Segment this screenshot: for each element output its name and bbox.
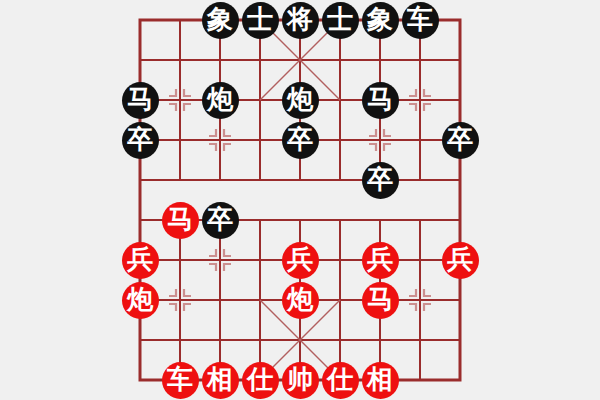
piece-black-soldier[interactable]: 卒 xyxy=(282,122,319,159)
piece-label: 仕 xyxy=(327,366,353,392)
piece-label: 马 xyxy=(127,86,153,112)
piece-label: 相 xyxy=(207,366,233,392)
piece-label: 炮 xyxy=(287,286,313,312)
piece-black-soldier[interactable]: 卒 xyxy=(362,162,399,199)
piece-red-elephant[interactable]: 相 xyxy=(202,362,239,399)
piece-label: 车 xyxy=(167,366,193,392)
piece-label: 兵 xyxy=(447,246,473,272)
piece-label: 仕 xyxy=(247,366,273,392)
piece-label: 炮 xyxy=(207,86,233,112)
piece-black-advisor[interactable]: 士 xyxy=(242,2,279,39)
piece-black-cannon[interactable]: 炮 xyxy=(202,82,239,119)
piece-black-elephant[interactable]: 象 xyxy=(362,2,399,39)
piece-black-elephant[interactable]: 象 xyxy=(202,2,239,39)
piece-label: 相 xyxy=(367,366,393,392)
piece-red-cannon[interactable]: 炮 xyxy=(282,282,319,319)
piece-black-cannon[interactable]: 炮 xyxy=(282,82,319,119)
piece-label: 帅 xyxy=(287,366,313,392)
piece-label: 将 xyxy=(287,6,313,32)
piece-label: 卒 xyxy=(447,126,473,152)
piece-black-horse[interactable]: 马 xyxy=(122,82,159,119)
piece-black-soldier[interactable]: 卒 xyxy=(202,202,239,239)
piece-black-chariot[interactable]: 车 xyxy=(402,2,439,39)
piece-label: 炮 xyxy=(287,86,313,112)
piece-label: 炮 xyxy=(127,286,153,312)
piece-label: 马 xyxy=(167,206,193,232)
piece-black-soldier[interactable]: 卒 xyxy=(442,122,479,159)
piece-red-soldier[interactable]: 兵 xyxy=(122,242,159,279)
piece-red-advisor[interactable]: 仕 xyxy=(322,362,359,399)
piece-label: 马 xyxy=(367,286,393,312)
piece-black-soldier[interactable]: 卒 xyxy=(122,122,159,159)
piece-label: 卒 xyxy=(287,126,313,152)
piece-red-cannon[interactable]: 炮 xyxy=(122,282,159,319)
piece-label: 象 xyxy=(367,6,393,32)
piece-red-elephant[interactable]: 相 xyxy=(362,362,399,399)
piece-black-horse[interactable]: 马 xyxy=(362,82,399,119)
piece-label: 士 xyxy=(247,6,273,32)
piece-label: 卒 xyxy=(127,126,153,152)
piece-red-horse[interactable]: 马 xyxy=(162,202,199,239)
piece-label: 士 xyxy=(327,6,353,32)
piece-black-general[interactable]: 将 xyxy=(282,2,319,39)
piece-black-advisor[interactable]: 士 xyxy=(322,2,359,39)
piece-label: 车 xyxy=(407,6,433,32)
board-grid xyxy=(0,0,600,400)
piece-label: 兵 xyxy=(367,246,393,272)
piece-red-advisor[interactable]: 仕 xyxy=(242,362,279,399)
piece-red-soldier[interactable]: 兵 xyxy=(362,242,399,279)
xiangqi-board[interactable]: 象士将士象车马炮炮马卒卒卒卒马卒兵兵兵兵炮炮马车相仕帅仕相 xyxy=(0,0,600,400)
piece-label: 卒 xyxy=(207,206,233,232)
piece-red-horse[interactable]: 马 xyxy=(362,282,399,319)
piece-label: 兵 xyxy=(287,246,313,272)
piece-label: 象 xyxy=(207,6,233,32)
piece-red-soldier[interactable]: 兵 xyxy=(442,242,479,279)
piece-red-general[interactable]: 帅 xyxy=(282,362,319,399)
piece-red-chariot[interactable]: 车 xyxy=(162,362,199,399)
piece-red-soldier[interactable]: 兵 xyxy=(282,242,319,279)
piece-label: 马 xyxy=(367,86,393,112)
piece-label: 兵 xyxy=(127,246,153,272)
piece-label: 卒 xyxy=(367,166,393,192)
